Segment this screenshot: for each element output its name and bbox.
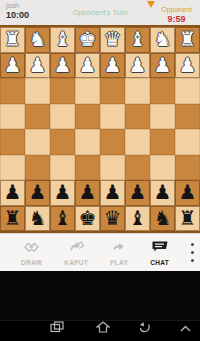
square-h7[interactable]: ♟ bbox=[0, 180, 25, 206]
square-e2[interactable]: ♟ bbox=[75, 53, 100, 79]
square-f6[interactable] bbox=[50, 155, 75, 181]
piece-bB: ♝ bbox=[50, 206, 75, 232]
square-h6[interactable] bbox=[0, 155, 25, 181]
square-h3[interactable] bbox=[0, 78, 25, 104]
square-a8[interactable]: ♜ bbox=[175, 206, 200, 232]
square-e8[interactable]: ♚ bbox=[75, 206, 100, 232]
piece-wP: ♟ bbox=[175, 53, 200, 79]
square-d3[interactable] bbox=[100, 78, 125, 104]
square-g6[interactable] bbox=[25, 155, 50, 181]
overflow-dot bbox=[191, 259, 194, 262]
piece-bP: ♟ bbox=[50, 180, 75, 206]
square-f3[interactable] bbox=[50, 78, 75, 104]
square-f7[interactable]: ♟ bbox=[50, 180, 75, 206]
kaput-button[interactable]: KAPUT bbox=[64, 239, 88, 266]
square-a3[interactable] bbox=[175, 78, 200, 104]
lower-black-panel bbox=[0, 271, 200, 341]
square-g3[interactable] bbox=[25, 78, 50, 104]
piece-bP: ♟ bbox=[150, 180, 175, 206]
square-d7[interactable]: ♟ bbox=[100, 180, 125, 206]
square-c7[interactable]: ♟ bbox=[125, 180, 150, 206]
back-icon[interactable] bbox=[138, 319, 151, 337]
square-a1[interactable]: ♜ bbox=[175, 27, 200, 53]
square-g2[interactable]: ♟ bbox=[25, 53, 50, 79]
piece-bP: ♟ bbox=[0, 180, 25, 206]
piece-bQ: ♛ bbox=[100, 206, 125, 232]
piece-bP: ♟ bbox=[125, 180, 150, 206]
square-d4[interactable] bbox=[100, 104, 125, 130]
piece-wN: ♞ bbox=[25, 27, 50, 53]
toolbar-items: DRAW KAPUT PLAY bbox=[0, 239, 184, 266]
chat-icon bbox=[151, 239, 169, 257]
square-c5[interactable] bbox=[125, 129, 150, 155]
square-e1[interactable]: ♚ bbox=[75, 27, 100, 53]
square-a6[interactable] bbox=[175, 155, 200, 181]
player-opponent: Opponent 9:59 bbox=[161, 6, 192, 24]
handshake-icon bbox=[23, 239, 40, 257]
home-icon[interactable] bbox=[96, 319, 110, 337]
square-b8[interactable]: ♞ bbox=[150, 206, 175, 232]
square-c1[interactable]: ♝ bbox=[125, 27, 150, 53]
square-e7[interactable]: ♟ bbox=[75, 180, 100, 206]
draw-button-label: DRAW bbox=[21, 259, 42, 266]
play-arrow-icon bbox=[111, 239, 128, 257]
square-a2[interactable]: ♟ bbox=[175, 53, 200, 79]
overflow-menu-button[interactable] bbox=[184, 234, 200, 271]
draw-button[interactable]: DRAW bbox=[21, 239, 42, 266]
overflow-dot bbox=[191, 243, 194, 246]
square-h5[interactable] bbox=[0, 129, 25, 155]
piece-bK: ♚ bbox=[75, 206, 100, 232]
square-c8[interactable]: ♝ bbox=[125, 206, 150, 232]
piece-wK: ♚ bbox=[75, 27, 100, 53]
piece-bR: ♜ bbox=[175, 206, 200, 232]
app-screen: josh 10:00 Opponent's Turn Opponent 9:59… bbox=[0, 0, 200, 341]
kaput-button-label: KAPUT bbox=[64, 259, 88, 266]
square-b3[interactable] bbox=[150, 78, 175, 104]
piece-wP: ♟ bbox=[0, 53, 25, 79]
piece-wP: ♟ bbox=[100, 53, 125, 79]
piece-wB: ♝ bbox=[125, 27, 150, 53]
square-b5[interactable] bbox=[150, 129, 175, 155]
square-a4[interactable] bbox=[175, 104, 200, 130]
piece-wR: ♜ bbox=[0, 27, 25, 53]
square-e6[interactable] bbox=[75, 155, 100, 181]
piece-bN: ♞ bbox=[25, 206, 50, 232]
square-c4[interactable] bbox=[125, 104, 150, 130]
square-f2[interactable]: ♟ bbox=[50, 53, 75, 79]
square-h8[interactable]: ♜ bbox=[0, 206, 25, 232]
piece-bP: ♟ bbox=[75, 180, 100, 206]
piece-wP: ♟ bbox=[125, 53, 150, 79]
square-a7[interactable]: ♟ bbox=[175, 180, 200, 206]
square-d5[interactable] bbox=[100, 129, 125, 155]
square-a5[interactable] bbox=[175, 129, 200, 155]
piece-bN: ♞ bbox=[150, 206, 175, 232]
square-b4[interactable] bbox=[150, 104, 175, 130]
action-toolbar: DRAW KAPUT PLAY bbox=[0, 233, 200, 271]
play-button-label: PLAY bbox=[110, 259, 128, 266]
android-nav-bar bbox=[0, 320, 200, 341]
square-g7[interactable]: ♟ bbox=[25, 180, 50, 206]
piece-wP: ♟ bbox=[25, 53, 50, 79]
chevron-up-icon[interactable] bbox=[179, 319, 192, 337]
board: ♜♞♝♚♛♝♞♜♟♟♟♟♟♟♟♟♟♟♟♟♟♟♟♟♜♞♝♚♛♝♞♜ bbox=[0, 25, 200, 233]
piece-bB: ♝ bbox=[125, 206, 150, 232]
square-d8[interactable]: ♛ bbox=[100, 206, 125, 232]
square-d6[interactable] bbox=[100, 155, 125, 181]
piece-wP: ♟ bbox=[75, 53, 100, 79]
square-f8[interactable]: ♝ bbox=[50, 206, 75, 232]
square-c2[interactable]: ♟ bbox=[125, 53, 150, 79]
piece-wN: ♞ bbox=[150, 27, 175, 53]
fast-forward-icon bbox=[68, 239, 85, 257]
piece-bP: ♟ bbox=[175, 180, 200, 206]
recents-icon[interactable] bbox=[50, 319, 64, 337]
square-d2[interactable]: ♟ bbox=[100, 53, 125, 79]
piece-wR: ♜ bbox=[175, 27, 200, 53]
square-f4[interactable] bbox=[50, 104, 75, 130]
square-g5[interactable] bbox=[25, 129, 50, 155]
square-f5[interactable] bbox=[50, 129, 75, 155]
square-e4[interactable] bbox=[75, 104, 100, 130]
chat-button[interactable]: CHAT bbox=[150, 239, 169, 266]
square-b1[interactable]: ♞ bbox=[150, 27, 175, 53]
square-g8[interactable]: ♞ bbox=[25, 206, 50, 232]
piece-wP: ♟ bbox=[150, 53, 175, 79]
square-b7[interactable]: ♟ bbox=[150, 180, 175, 206]
square-b6[interactable] bbox=[150, 155, 175, 181]
piece-bR: ♜ bbox=[0, 206, 25, 232]
square-e5[interactable] bbox=[75, 129, 100, 155]
play-button[interactable]: PLAY bbox=[110, 239, 128, 266]
square-e3[interactable] bbox=[75, 78, 100, 104]
square-g1[interactable]: ♞ bbox=[25, 27, 50, 53]
game-header: josh 10:00 Opponent's Turn Opponent 9:59 bbox=[0, 0, 200, 25]
square-h4[interactable] bbox=[0, 104, 25, 130]
piece-wQ: ♛ bbox=[100, 27, 125, 53]
player-opponent-clock: 9:59 bbox=[161, 14, 192, 24]
player-opponent-name: Opponent bbox=[161, 6, 192, 13]
square-h1[interactable]: ♜ bbox=[0, 27, 25, 53]
overflow-dot bbox=[191, 251, 194, 254]
square-b2[interactable]: ♟ bbox=[150, 53, 175, 79]
square-c6[interactable] bbox=[125, 155, 150, 181]
square-g4[interactable] bbox=[25, 104, 50, 130]
piece-wP: ♟ bbox=[50, 53, 75, 79]
square-c3[interactable] bbox=[125, 78, 150, 104]
chat-button-label: CHAT bbox=[150, 259, 169, 266]
piece-bP: ♟ bbox=[25, 180, 50, 206]
piece-wB: ♝ bbox=[50, 27, 75, 53]
square-d1[interactable]: ♛ bbox=[100, 27, 125, 53]
square-f1[interactable]: ♝ bbox=[50, 27, 75, 53]
turn-marker-down-arrow-icon bbox=[147, 1, 155, 8]
square-h2[interactable]: ♟ bbox=[0, 53, 25, 79]
piece-bP: ♟ bbox=[100, 180, 125, 206]
